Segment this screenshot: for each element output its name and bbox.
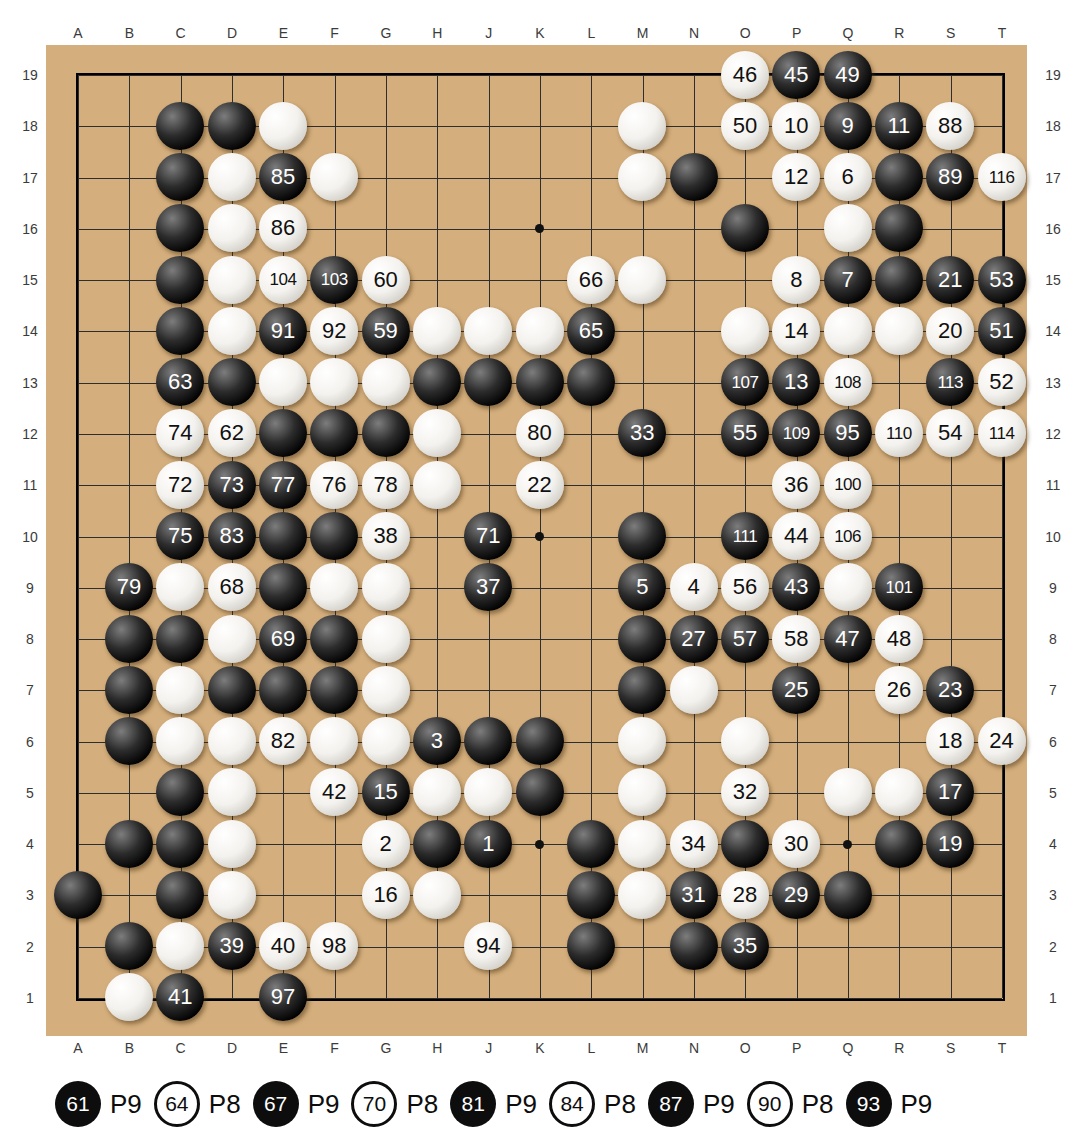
point-K5 — [514, 767, 565, 818]
black-stone-P9-move-43: 43 — [772, 563, 820, 611]
row-label-left-15: 15 — [13, 271, 47, 289]
white-stone-E6-move-82: 82 — [259, 717, 307, 765]
ko-entry-point: P8 — [406, 1089, 438, 1120]
black-stone-C15 — [156, 256, 204, 304]
black-stone-Q3 — [824, 871, 872, 919]
point-J2: 94 — [463, 921, 514, 972]
white-stone-G6 — [362, 717, 410, 765]
move-number: 20 — [938, 320, 962, 342]
point-H11 — [411, 459, 462, 510]
white-stone-F14-move-92: 92 — [310, 307, 358, 355]
white-stone-M3 — [618, 871, 666, 919]
point-H12 — [411, 408, 462, 459]
white-stone-R12-move-110: 110 — [875, 409, 923, 457]
white-stone-C7 — [156, 666, 204, 714]
move-number: 98 — [322, 935, 346, 957]
point-G12 — [360, 408, 411, 459]
white-stone-D14 — [208, 307, 256, 355]
point-J5 — [463, 767, 514, 818]
point-O10: 111 — [719, 510, 770, 561]
white-stone-F5-move-42: 42 — [310, 768, 358, 816]
white-stone-N7 — [670, 666, 718, 714]
point-M6 — [617, 715, 668, 766]
white-stone-R14 — [875, 307, 923, 355]
point-P17: 12 — [771, 152, 822, 203]
row-label-right-12: 12 — [1036, 425, 1070, 443]
column-label-top-L: L — [576, 24, 606, 42]
move-number: 59 — [373, 320, 397, 342]
black-stone-C8 — [156, 615, 204, 663]
black-stone-O10-move-111: 111 — [721, 512, 769, 560]
move-number: 35 — [733, 935, 757, 957]
point-G5: 15 — [360, 767, 411, 818]
column-label-top-K: K — [525, 24, 555, 42]
move-number: 17 — [938, 781, 962, 803]
point-M8 — [617, 613, 668, 664]
point-P4: 30 — [771, 818, 822, 869]
black-stone-C3 — [156, 871, 204, 919]
point-J6 — [463, 715, 514, 766]
point-N8: 27 — [668, 613, 719, 664]
move-number: 50 — [733, 115, 757, 137]
column-label-top-C: C — [166, 24, 196, 42]
white-stone-D8 — [208, 615, 256, 663]
point-O12: 55 — [719, 408, 770, 459]
white-stone-M15 — [618, 256, 666, 304]
move-number: 44 — [784, 525, 808, 547]
move-number: 25 — [784, 679, 808, 701]
ko-entry-move-87: 87P9 — [648, 1081, 735, 1127]
move-number: 91 — [271, 320, 295, 342]
move-number: 7 — [841, 269, 853, 291]
move-number: 32 — [733, 781, 757, 803]
point-C11: 72 — [155, 459, 206, 510]
ko-entry-point: P8 — [604, 1089, 636, 1120]
white-stone-T13-move-52: 52 — [978, 358, 1026, 406]
move-number: 88 — [938, 115, 962, 137]
ko-entry-point: P9 — [505, 1089, 537, 1120]
white-stone-C9 — [156, 563, 204, 611]
move-number: 1 — [482, 833, 494, 855]
row-label-left-12: 12 — [13, 425, 47, 443]
white-stone-L15-move-66: 66 — [567, 256, 615, 304]
white-stone-M4 — [618, 820, 666, 868]
point-J14 — [463, 305, 514, 356]
black-stone-T15-move-53: 53 — [978, 256, 1026, 304]
white-stone-C11-move-72: 72 — [156, 461, 204, 509]
row-label-right-3: 3 — [1036, 886, 1070, 904]
column-label-top-O: O — [730, 24, 760, 42]
point-Q8: 47 — [822, 613, 873, 664]
point-H3 — [411, 869, 462, 920]
black-stone-M10 — [618, 512, 666, 560]
move-number: 107 — [731, 374, 758, 391]
move-number: 22 — [527, 474, 551, 496]
point-J4: 1 — [463, 818, 514, 869]
point-J10: 71 — [463, 510, 514, 561]
point-H5 — [411, 767, 462, 818]
white-stone-J5 — [464, 768, 512, 816]
point-Q3 — [822, 869, 873, 920]
point-C5 — [155, 767, 206, 818]
white-stone-M6 — [618, 717, 666, 765]
point-G10: 38 — [360, 510, 411, 561]
black-move-badge-93: 93 — [846, 1081, 892, 1127]
black-stone-E10 — [259, 512, 307, 560]
move-number: 73 — [219, 474, 243, 496]
point-N2 — [668, 921, 719, 972]
point-D18 — [206, 100, 257, 151]
move-number: 110 — [886, 425, 912, 442]
column-label-bottom-C: C — [166, 1039, 196, 1057]
column-label-bottom-G: G — [371, 1039, 401, 1057]
move-number: 80 — [527, 422, 551, 444]
point-E15: 104 — [257, 254, 308, 305]
point-P12: 109 — [771, 408, 822, 459]
ko-entry-move-84: 84P8 — [549, 1081, 636, 1127]
white-stone-S14-move-20: 20 — [926, 307, 974, 355]
black-move-badge-81: 81 — [450, 1081, 496, 1127]
black-stone-P12-move-109: 109 — [772, 409, 820, 457]
move-number: 65 — [579, 320, 603, 342]
move-number: 34 — [681, 833, 705, 855]
column-label-bottom-T: T — [987, 1039, 1017, 1057]
point-Q13: 108 — [822, 357, 873, 408]
point-K11: 22 — [514, 459, 565, 510]
point-G13 — [360, 357, 411, 408]
point-L4 — [565, 818, 616, 869]
black-stone-N2 — [670, 922, 718, 970]
move-number: 3 — [431, 730, 443, 752]
black-stone-D10-move-83: 83 — [208, 512, 256, 560]
point-Q18: 9 — [822, 100, 873, 151]
black-stone-R16 — [875, 204, 923, 252]
black-stone-O2-move-35: 35 — [721, 922, 769, 970]
point-D12: 62 — [206, 408, 257, 459]
column-label-bottom-M: M — [628, 1039, 658, 1057]
move-number: 106 — [834, 528, 861, 545]
row-label-right-18: 18 — [1036, 117, 1070, 135]
point-E12 — [257, 408, 308, 459]
white-stone-K14 — [516, 307, 564, 355]
move-number: 68 — [219, 576, 243, 598]
white-stone-E16-move-86: 86 — [259, 204, 307, 252]
row-label-left-5: 5 — [13, 784, 47, 802]
white-stone-C6 — [156, 717, 204, 765]
point-D17 — [206, 152, 257, 203]
point-F17 — [309, 152, 360, 203]
ko-entry-move-93: 93P9 — [846, 1081, 933, 1127]
black-stone-L4 — [567, 820, 615, 868]
row-label-right-9: 9 — [1036, 579, 1070, 597]
move-number: 75 — [168, 525, 192, 547]
white-stone-G3-move-16: 16 — [362, 871, 410, 919]
move-number: 15 — [373, 781, 397, 803]
point-Q14 — [822, 305, 873, 356]
move-number: 27 — [681, 628, 705, 650]
point-R9: 101 — [873, 562, 924, 613]
white-stone-F17 — [310, 153, 358, 201]
point-P7: 25 — [771, 664, 822, 715]
point-Q17: 6 — [822, 152, 873, 203]
column-label-top-A: A — [63, 24, 93, 42]
move-number: 89 — [938, 166, 962, 188]
column-label-bottom-Q: Q — [833, 1039, 863, 1057]
move-number: 23 — [938, 679, 962, 701]
point-M5 — [617, 767, 668, 818]
move-number: 14 — [784, 320, 808, 342]
point-O4 — [719, 818, 770, 869]
black-stone-R9-move-101: 101 — [875, 563, 923, 611]
point-C8 — [155, 613, 206, 664]
white-stone-F11-move-76: 76 — [310, 461, 358, 509]
point-B8 — [103, 613, 154, 664]
point-F10 — [309, 510, 360, 561]
black-stone-Q15-move-7: 7 — [824, 256, 872, 304]
move-number: 95 — [835, 422, 859, 444]
move-number: 104 — [270, 271, 297, 288]
row-label-left-18: 18 — [13, 117, 47, 135]
board-grid: 4645495010911888512689116861041036066872… — [52, 49, 1027, 1023]
black-stone-H4 — [413, 820, 461, 868]
point-G7 — [360, 664, 411, 715]
black-stone-F7 — [310, 666, 358, 714]
point-T6: 24 — [976, 715, 1027, 766]
row-label-left-17: 17 — [13, 169, 47, 187]
row-label-right-4: 4 — [1036, 835, 1070, 853]
column-label-bottom-N: N — [679, 1039, 709, 1057]
column-label-bottom-F: F — [320, 1039, 350, 1057]
column-label-bottom-B: B — [114, 1039, 144, 1057]
black-stone-C18 — [156, 102, 204, 150]
white-stone-O14 — [721, 307, 769, 355]
point-T13: 52 — [976, 357, 1027, 408]
point-S4: 19 — [925, 818, 976, 869]
point-N7 — [668, 664, 719, 715]
move-number: 21 — [938, 269, 962, 291]
row-label-right-10: 10 — [1036, 528, 1070, 546]
move-number: 103 — [321, 271, 348, 288]
point-B2 — [103, 921, 154, 972]
white-stone-K11-move-22: 22 — [516, 461, 564, 509]
black-stone-P13-move-13: 13 — [772, 358, 820, 406]
white-stone-G4-move-2: 2 — [362, 820, 410, 868]
white-stone-F2-move-98: 98 — [310, 922, 358, 970]
ko-entry-move-67: 67P9 — [253, 1081, 340, 1127]
point-B9: 79 — [103, 562, 154, 613]
point-B1 — [103, 972, 154, 1023]
move-number: 30 — [784, 833, 808, 855]
point-E16: 86 — [257, 203, 308, 254]
point-R12: 110 — [873, 408, 924, 459]
black-stone-B8 — [105, 615, 153, 663]
column-label-bottom-P: P — [782, 1039, 812, 1057]
point-K12: 80 — [514, 408, 565, 459]
point-P18: 10 — [771, 100, 822, 151]
row-label-right-15: 15 — [1036, 271, 1070, 289]
ko-entry-move-64: 64P8 — [154, 1081, 241, 1127]
move-number: 18 — [938, 730, 962, 752]
ko-moves-caption: 61P964P867P970P881P984P887P990P893P9 — [55, 1081, 932, 1127]
black-stone-K5 — [516, 768, 564, 816]
white-stone-C2 — [156, 922, 204, 970]
move-number: 85 — [271, 166, 295, 188]
point-Q9 — [822, 562, 873, 613]
white-stone-E18 — [259, 102, 307, 150]
move-number: 56 — [733, 576, 757, 598]
move-number: 29 — [784, 884, 808, 906]
point-M15 — [617, 254, 668, 305]
black-stone-O16 — [721, 204, 769, 252]
move-number: 74 — [168, 422, 192, 444]
row-label-right-11: 11 — [1036, 476, 1070, 494]
white-stone-Q14 — [824, 307, 872, 355]
black-stone-C13-move-63: 63 — [156, 358, 204, 406]
black-stone-S4-move-19: 19 — [926, 820, 974, 868]
black-stone-J4-move-1: 1 — [464, 820, 512, 868]
white-move-badge-64: 64 — [154, 1081, 200, 1127]
point-G4: 2 — [360, 818, 411, 869]
move-number: 12 — [784, 166, 808, 188]
white-stone-Q16 — [824, 204, 872, 252]
white-stone-F6 — [310, 717, 358, 765]
white-stone-O6 — [721, 717, 769, 765]
black-move-badge-87: 87 — [648, 1081, 694, 1127]
move-number: 55 — [733, 422, 757, 444]
move-number: 33 — [630, 422, 654, 444]
point-Q15: 7 — [822, 254, 873, 305]
move-number: 63 — [168, 371, 192, 393]
move-number: 31 — [681, 884, 705, 906]
move-number: 42 — [322, 781, 346, 803]
row-label-left-1: 1 — [13, 989, 47, 1007]
black-stone-D11-move-73: 73 — [208, 461, 256, 509]
move-number: 16 — [373, 884, 397, 906]
black-stone-N3-move-31: 31 — [670, 871, 718, 919]
point-E9 — [257, 562, 308, 613]
black-stone-E1-move-97: 97 — [259, 973, 307, 1021]
column-label-top-D: D — [217, 24, 247, 42]
point-N4: 34 — [668, 818, 719, 869]
point-P3: 29 — [771, 869, 822, 920]
black-stone-R17 — [875, 153, 923, 201]
move-number: 57 — [733, 628, 757, 650]
point-C18 — [155, 100, 206, 151]
white-stone-P15-move-8: 8 — [772, 256, 820, 304]
row-label-left-14: 14 — [13, 322, 47, 340]
black-stone-N17 — [670, 153, 718, 201]
black-stone-O8-move-57: 57 — [721, 615, 769, 663]
black-stone-E12 — [259, 409, 307, 457]
black-stone-S13-move-113: 113 — [926, 358, 974, 406]
point-G3: 16 — [360, 869, 411, 920]
move-number: 9 — [841, 115, 853, 137]
black-stone-R4 — [875, 820, 923, 868]
white-stone-F13 — [310, 358, 358, 406]
column-label-bottom-O: O — [730, 1039, 760, 1057]
point-P8: 58 — [771, 613, 822, 664]
white-stone-P10-move-44: 44 — [772, 512, 820, 560]
black-stone-D2-move-39: 39 — [208, 922, 256, 970]
black-stone-S5-move-17: 17 — [926, 768, 974, 816]
move-number: 36 — [784, 474, 808, 496]
point-R4 — [873, 818, 924, 869]
point-D10: 83 — [206, 510, 257, 561]
point-Q12: 95 — [822, 408, 873, 459]
black-stone-E14-move-91: 91 — [259, 307, 307, 355]
move-number: 46 — [733, 64, 757, 86]
white-stone-T17-move-116: 116 — [978, 153, 1026, 201]
point-O2: 35 — [719, 921, 770, 972]
black-stone-J6 — [464, 717, 512, 765]
point-Q11: 100 — [822, 459, 873, 510]
point-B7 — [103, 664, 154, 715]
white-stone-D4 — [208, 820, 256, 868]
row-label-left-13: 13 — [13, 374, 47, 392]
row-label-right-2: 2 — [1036, 938, 1070, 956]
move-number: 26 — [887, 679, 911, 701]
column-label-top-H: H — [422, 24, 452, 42]
point-M9: 5 — [617, 562, 668, 613]
point-K13 — [514, 357, 565, 408]
white-stone-N9-move-4: 4 — [670, 563, 718, 611]
point-T15: 53 — [976, 254, 1027, 305]
ko-entry-move-81: 81P9 — [450, 1081, 537, 1127]
point-D5 — [206, 767, 257, 818]
point-C13: 63 — [155, 357, 206, 408]
row-label-right-5: 5 — [1036, 784, 1070, 802]
row-label-left-4: 4 — [13, 835, 47, 853]
white-stone-K12-move-80: 80 — [516, 409, 564, 457]
move-number: 113 — [937, 374, 963, 391]
white-stone-D17 — [208, 153, 256, 201]
white-stone-E13 — [259, 358, 307, 406]
point-O19: 46 — [719, 49, 770, 100]
point-S5: 17 — [925, 767, 976, 818]
point-D14 — [206, 305, 257, 356]
go-board: 4645495010911888512689116861041036066872… — [46, 45, 1027, 1036]
move-number: 39 — [219, 935, 243, 957]
white-stone-R7-move-26: 26 — [875, 666, 923, 714]
white-stone-R5 — [875, 768, 923, 816]
point-D15 — [206, 254, 257, 305]
black-stone-E17-move-85: 85 — [259, 153, 307, 201]
white-stone-Q10-move-106: 106 — [824, 512, 872, 560]
white-stone-G9 — [362, 563, 410, 611]
move-number: 19 — [938, 833, 962, 855]
point-R17 — [873, 152, 924, 203]
column-label-top-P: P — [782, 24, 812, 42]
point-N3: 31 — [668, 869, 719, 920]
move-number: 51 — [989, 320, 1013, 342]
move-number: 82 — [271, 730, 295, 752]
point-G15: 60 — [360, 254, 411, 305]
go-game-diagram: { "game": "go", "title": "Go game record… — [0, 0, 1080, 1131]
point-P15: 8 — [771, 254, 822, 305]
point-D3 — [206, 869, 257, 920]
black-stone-S17-move-89: 89 — [926, 153, 974, 201]
row-label-right-14: 14 — [1036, 322, 1070, 340]
white-stone-Q5 — [824, 768, 872, 816]
point-K6 — [514, 715, 565, 766]
column-label-top-B: B — [114, 24, 144, 42]
point-O8: 57 — [719, 613, 770, 664]
point-O6 — [719, 715, 770, 766]
black-stone-C16 — [156, 204, 204, 252]
white-stone-Q17-move-6: 6 — [824, 153, 872, 201]
white-stone-T12-move-114: 114 — [978, 409, 1026, 457]
point-D7 — [206, 664, 257, 715]
